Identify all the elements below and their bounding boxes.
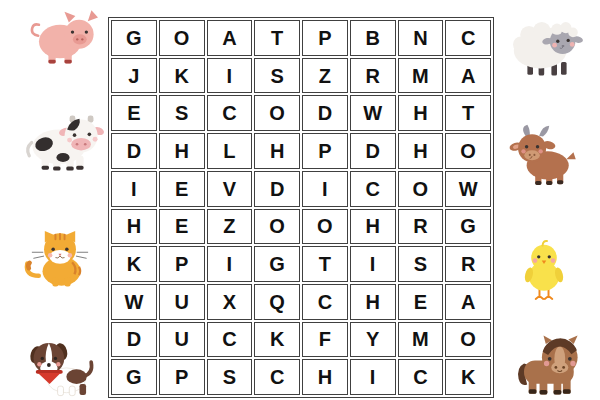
grid-cell[interactable]: Y — [350, 322, 396, 358]
grid-cell[interactable]: C — [398, 359, 444, 395]
cat-image — [22, 226, 98, 296]
grid-cell[interactable]: C — [445, 20, 491, 56]
grid-cell[interactable]: T — [254, 20, 300, 56]
grid-cell[interactable]: H — [111, 209, 157, 245]
grid-cell[interactable]: G — [111, 359, 157, 395]
grid-cell[interactable]: D — [302, 95, 348, 131]
grid-cell[interactable]: W — [350, 95, 396, 131]
grid-cell[interactable]: C — [302, 284, 348, 320]
grid-cell[interactable]: O — [398, 171, 444, 207]
grid-cell[interactable]: G — [111, 20, 157, 56]
grid-cell[interactable]: B — [350, 20, 396, 56]
grid-cell[interactable]: V — [207, 171, 253, 207]
cow-image — [18, 108, 108, 178]
grid-cell[interactable]: W — [445, 171, 491, 207]
grid-cell[interactable]: K — [111, 246, 157, 282]
grid-cell[interactable]: A — [445, 58, 491, 94]
grid-cell[interactable]: G — [254, 246, 300, 282]
grid-cell[interactable]: C — [350, 171, 396, 207]
horse-image — [506, 334, 598, 400]
grid-cell[interactable]: R — [350, 58, 396, 94]
grid-cell[interactable]: A — [445, 284, 491, 320]
grid-cell[interactable]: I — [350, 359, 396, 395]
word-search-worksheet: GOATPBNCJKISZRMAESCODWHTDHLHPDHOIEVDICOW… — [0, 0, 600, 400]
grid-cell[interactable]: R — [398, 209, 444, 245]
grid-cell[interactable]: U — [159, 322, 205, 358]
chick-image — [518, 238, 570, 302]
grid-cell[interactable]: Z — [302, 58, 348, 94]
grid-cell[interactable]: I — [111, 171, 157, 207]
grid-cell[interactable]: H — [350, 284, 396, 320]
grid-cell[interactable]: O — [445, 322, 491, 358]
grid-cell[interactable]: S — [254, 58, 300, 94]
grid-cell[interactable]: P — [159, 246, 205, 282]
grid-cell[interactable]: O — [254, 209, 300, 245]
grid-cell[interactable]: E — [111, 95, 157, 131]
grid-cell[interactable]: C — [207, 322, 253, 358]
grid-cell[interactable]: O — [159, 20, 205, 56]
grid-cell[interactable]: S — [207, 359, 253, 395]
grid-cell[interactable]: Z — [207, 209, 253, 245]
grid-cell[interactable]: D — [350, 133, 396, 169]
grid-cell[interactable]: D — [111, 322, 157, 358]
grid-cell[interactable]: T — [445, 95, 491, 131]
grid-cell[interactable]: S — [159, 95, 205, 131]
grid-cell[interactable]: A — [207, 20, 253, 56]
grid-cell[interactable]: O — [302, 209, 348, 245]
word-search-grid: GOATPBNCJKISZRMAESCODWHTDHLHPDHOIEVDICOW… — [108, 17, 494, 398]
grid-cell[interactable]: E — [159, 171, 205, 207]
grid-cell[interactable]: P — [302, 20, 348, 56]
grid-cell[interactable]: F — [302, 322, 348, 358]
grid-cell[interactable]: J — [111, 58, 157, 94]
grid-cell[interactable]: W — [111, 284, 157, 320]
grid-cell[interactable]: U — [159, 284, 205, 320]
grid-cell[interactable]: K — [254, 322, 300, 358]
grid-cell[interactable]: L — [207, 133, 253, 169]
grid-cell[interactable]: P — [302, 133, 348, 169]
grid-cell[interactable]: E — [398, 284, 444, 320]
goat-image — [504, 124, 582, 192]
grid-cell[interactable]: N — [398, 20, 444, 56]
grid-cell[interactable]: T — [302, 246, 348, 282]
grid-cell[interactable]: D — [111, 133, 157, 169]
grid-cell[interactable]: K — [445, 359, 491, 395]
grid-cell[interactable]: X — [207, 284, 253, 320]
grid-cell[interactable]: O — [445, 133, 491, 169]
grid-cell[interactable]: P — [159, 359, 205, 395]
grid-cell[interactable]: C — [254, 359, 300, 395]
grid-cell[interactable]: H — [159, 133, 205, 169]
grid-cell[interactable]: Q — [254, 284, 300, 320]
dog-image — [22, 338, 102, 400]
grid-cell[interactable]: H — [398, 133, 444, 169]
grid-cell[interactable]: I — [302, 171, 348, 207]
grid-cell[interactable]: R — [445, 246, 491, 282]
grid-cell[interactable]: I — [207, 246, 253, 282]
grid-cell[interactable]: I — [207, 58, 253, 94]
grid-cell[interactable]: S — [398, 246, 444, 282]
grid-cell[interactable]: M — [398, 58, 444, 94]
grid-cell[interactable]: H — [398, 95, 444, 131]
grid-cell[interactable]: H — [254, 133, 300, 169]
sheep-image — [500, 14, 590, 82]
grid-cell[interactable]: H — [350, 209, 396, 245]
grid-cell[interactable]: I — [350, 246, 396, 282]
grid-cell[interactable]: G — [445, 209, 491, 245]
grid-cell[interactable]: K — [159, 58, 205, 94]
grid-cell[interactable]: E — [159, 209, 205, 245]
grid-cell[interactable]: M — [398, 322, 444, 358]
pig-image — [24, 8, 102, 70]
grid-cell[interactable]: C — [207, 95, 253, 131]
grid-cell[interactable]: O — [254, 95, 300, 131]
grid-cell[interactable]: D — [254, 171, 300, 207]
grid-cell[interactable]: H — [302, 359, 348, 395]
